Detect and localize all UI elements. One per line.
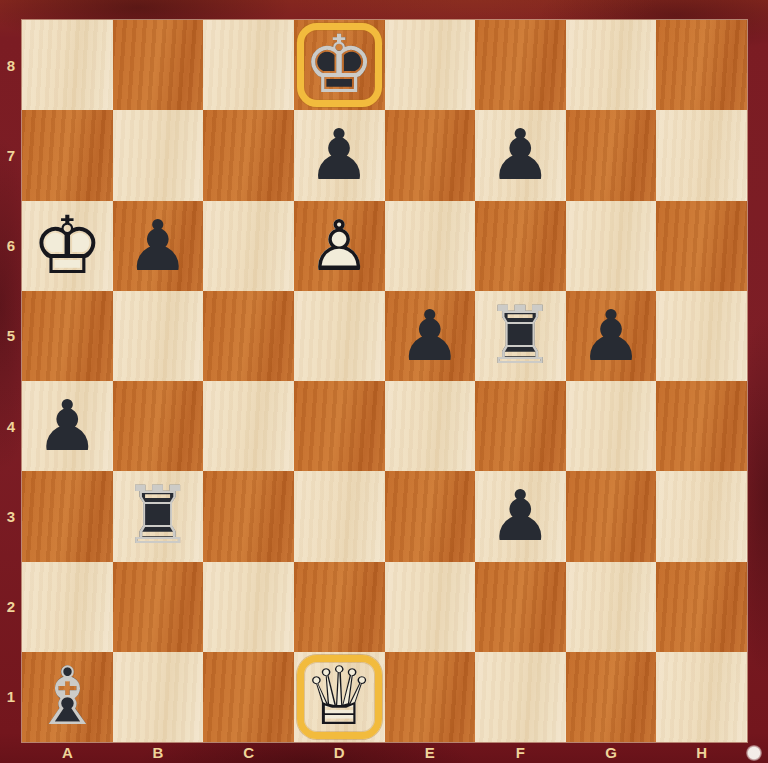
rank-label-7: 7 — [0, 110, 22, 200]
square-c8[interactable] — [203, 20, 294, 110]
square-a3[interactable] — [22, 471, 113, 561]
board-frame: 87654321 ♚♔♟♟♚♔♟♟♙♟♜♖♟♟♜♖♟♝♗♛♕ ABCDEFGH — [0, 0, 768, 763]
black-pawn[interactable]: ♟ — [566, 291, 657, 381]
rank-label-4: 4 — [0, 381, 22, 471]
square-d5[interactable] — [294, 291, 385, 381]
square-c1[interactable] — [203, 652, 294, 742]
file-label-d: D — [294, 742, 385, 763]
square-b8[interactable] — [113, 20, 204, 110]
square-a4[interactable]: ♟ — [22, 381, 113, 471]
square-d2[interactable] — [294, 562, 385, 652]
square-h4[interactable] — [656, 381, 747, 471]
square-e4[interactable] — [385, 381, 476, 471]
square-f3[interactable]: ♟ — [475, 471, 566, 561]
square-e7[interactable] — [385, 110, 476, 200]
square-a1[interactable]: ♝♗ — [22, 652, 113, 742]
square-h5[interactable] — [656, 291, 747, 381]
file-coordinates: ABCDEFGH — [22, 742, 747, 763]
rank-label-1: 1 — [0, 652, 22, 742]
black-pawn[interactable]: ♟ — [113, 201, 204, 291]
square-d1[interactable]: ♛♕ — [294, 652, 385, 742]
corner-dot — [746, 745, 762, 761]
square-a5[interactable] — [22, 291, 113, 381]
square-a2[interactable] — [22, 562, 113, 652]
square-g8[interactable] — [566, 20, 657, 110]
square-d8[interactable]: ♚♔ — [294, 20, 385, 110]
square-f7[interactable]: ♟ — [475, 110, 566, 200]
square-d4[interactable] — [294, 381, 385, 471]
square-a6[interactable]: ♚♔ — [22, 201, 113, 291]
file-label-f: F — [475, 742, 566, 763]
black-pawn[interactable]: ♟ — [475, 471, 566, 561]
square-e3[interactable] — [385, 471, 476, 561]
square-e5[interactable]: ♟ — [385, 291, 476, 381]
square-f5[interactable]: ♜♖ — [475, 291, 566, 381]
square-b3[interactable]: ♜♖ — [113, 471, 204, 561]
black-pawn[interactable]: ♟ — [22, 381, 113, 471]
square-e1[interactable] — [385, 652, 476, 742]
black-bishop[interactable]: ♝♗ — [22, 652, 113, 742]
square-d3[interactable] — [294, 471, 385, 561]
square-d6[interactable]: ♟♙ — [294, 201, 385, 291]
square-c5[interactable] — [203, 291, 294, 381]
square-b4[interactable] — [113, 381, 204, 471]
square-f2[interactable] — [475, 562, 566, 652]
square-h6[interactable] — [656, 201, 747, 291]
file-label-g: G — [566, 742, 657, 763]
square-f8[interactable] — [475, 20, 566, 110]
square-g5[interactable]: ♟ — [566, 291, 657, 381]
file-label-e: E — [385, 742, 476, 763]
square-b1[interactable] — [113, 652, 204, 742]
square-f4[interactable] — [475, 381, 566, 471]
square-b2[interactable] — [113, 562, 204, 652]
square-b6[interactable]: ♟ — [113, 201, 204, 291]
square-c4[interactable] — [203, 381, 294, 471]
rank-label-6: 6 — [0, 201, 22, 291]
square-h1[interactable] — [656, 652, 747, 742]
square-h7[interactable] — [656, 110, 747, 200]
square-c6[interactable] — [203, 201, 294, 291]
square-c2[interactable] — [203, 562, 294, 652]
black-rook[interactable]: ♜♖ — [113, 471, 204, 561]
black-pawn[interactable]: ♟ — [385, 291, 476, 381]
square-e2[interactable] — [385, 562, 476, 652]
square-c7[interactable] — [203, 110, 294, 200]
black-rook[interactable]: ♜♖ — [475, 291, 566, 381]
white-queen[interactable]: ♛♕ — [294, 652, 385, 742]
white-king[interactable]: ♚♔ — [22, 201, 113, 291]
square-b5[interactable] — [113, 291, 204, 381]
square-g7[interactable] — [566, 110, 657, 200]
rank-label-8: 8 — [0, 20, 22, 110]
file-label-b: B — [113, 742, 204, 763]
square-f1[interactable] — [475, 652, 566, 742]
square-d7[interactable]: ♟ — [294, 110, 385, 200]
black-king[interactable]: ♚♔ — [294, 20, 385, 110]
square-a8[interactable] — [22, 20, 113, 110]
square-c3[interactable] — [203, 471, 294, 561]
square-e6[interactable] — [385, 201, 476, 291]
file-label-a: A — [22, 742, 113, 763]
white-pawn[interactable]: ♟♙ — [294, 201, 385, 291]
square-f6[interactable] — [475, 201, 566, 291]
chess-board: ♚♔♟♟♚♔♟♟♙♟♜♖♟♟♜♖♟♝♗♛♕ — [22, 20, 747, 742]
square-g2[interactable] — [566, 562, 657, 652]
rank-coordinates: 87654321 — [0, 20, 22, 742]
square-h3[interactable] — [656, 471, 747, 561]
file-label-c: C — [203, 742, 294, 763]
rank-label-2: 2 — [0, 562, 22, 652]
square-e8[interactable] — [385, 20, 476, 110]
square-g4[interactable] — [566, 381, 657, 471]
rank-label-5: 5 — [0, 291, 22, 381]
square-h8[interactable] — [656, 20, 747, 110]
square-h2[interactable] — [656, 562, 747, 652]
black-pawn[interactable]: ♟ — [475, 110, 566, 200]
square-b7[interactable] — [113, 110, 204, 200]
square-g3[interactable] — [566, 471, 657, 561]
file-label-h: H — [656, 742, 747, 763]
black-pawn[interactable]: ♟ — [294, 110, 385, 200]
square-a7[interactable] — [22, 110, 113, 200]
square-g1[interactable] — [566, 652, 657, 742]
square-g6[interactable] — [566, 201, 657, 291]
rank-label-3: 3 — [0, 471, 22, 561]
